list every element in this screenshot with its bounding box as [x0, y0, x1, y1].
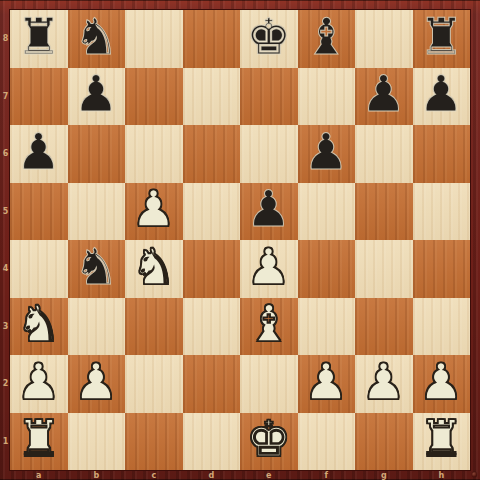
square-c5[interactable]: ♟ — [125, 183, 183, 241]
rank-label-2: 2 — [0, 355, 11, 413]
rank-label-4: 4 — [0, 240, 11, 298]
square-g6[interactable] — [355, 125, 413, 183]
piece-black-pawn[interactable]: ♟ — [304, 127, 349, 177]
file-label-h: h — [413, 470, 471, 480]
square-a7[interactable] — [10, 68, 68, 126]
square-g8[interactable] — [355, 10, 413, 68]
square-c3[interactable] — [125, 298, 183, 356]
square-h3[interactable] — [413, 298, 471, 356]
chess-board-frame: ♜♞♚♝♜♟♟♟♟♟♟♟♞♞♟♞♝♟♟♟♟♟♜♚♜ 87654321abcdef… — [0, 0, 480, 480]
file-label-a: a — [10, 470, 68, 480]
rank-label-7: 7 — [0, 68, 11, 126]
square-a5[interactable] — [10, 183, 68, 241]
piece-black-knight[interactable]: ♞ — [74, 12, 119, 62]
square-e7[interactable] — [240, 68, 298, 126]
file-label-d: d — [183, 470, 241, 480]
square-h7[interactable]: ♟ — [413, 68, 471, 126]
square-a4[interactable] — [10, 240, 68, 298]
piece-black-pawn[interactable]: ♟ — [246, 184, 291, 234]
square-c7[interactable] — [125, 68, 183, 126]
square-c4[interactable]: ♞ — [125, 240, 183, 298]
piece-black-pawn[interactable]: ♟ — [361, 69, 406, 119]
square-c6[interactable] — [125, 125, 183, 183]
square-d1[interactable] — [183, 413, 241, 471]
piece-black-rook[interactable]: ♜ — [419, 12, 464, 62]
square-d6[interactable] — [183, 125, 241, 183]
file-label-g: g — [355, 470, 413, 480]
square-c2[interactable] — [125, 355, 183, 413]
square-e8[interactable]: ♚ — [240, 10, 298, 68]
file-label-e: e — [240, 470, 298, 480]
piece-white-pawn[interactable]: ♟ — [74, 357, 119, 407]
square-b2[interactable]: ♟ — [68, 355, 126, 413]
square-a6[interactable]: ♟ — [10, 125, 68, 183]
square-f3[interactable] — [298, 298, 356, 356]
rank-label-6: 6 — [0, 125, 11, 183]
piece-white-pawn[interactable]: ♟ — [361, 357, 406, 407]
square-g5[interactable] — [355, 183, 413, 241]
rank-label-5: 5 — [0, 183, 11, 241]
square-b3[interactable] — [68, 298, 126, 356]
square-a3[interactable]: ♞ — [10, 298, 68, 356]
square-g3[interactable] — [355, 298, 413, 356]
rank-label-1: 1 — [0, 413, 11, 471]
square-f7[interactable] — [298, 68, 356, 126]
square-a2[interactable]: ♟ — [10, 355, 68, 413]
square-e3[interactable]: ♝ — [240, 298, 298, 356]
piece-black-pawn[interactable]: ♟ — [419, 69, 464, 119]
square-f6[interactable]: ♟ — [298, 125, 356, 183]
square-b7[interactable]: ♟ — [68, 68, 126, 126]
square-f4[interactable] — [298, 240, 356, 298]
square-g1[interactable] — [355, 413, 413, 471]
piece-black-pawn[interactable]: ♟ — [16, 127, 61, 177]
piece-black-knight[interactable]: ♞ — [74, 242, 119, 292]
square-d5[interactable] — [183, 183, 241, 241]
piece-white-pawn[interactable]: ♟ — [419, 357, 464, 407]
square-e2[interactable] — [240, 355, 298, 413]
piece-white-pawn[interactable]: ♟ — [246, 242, 291, 292]
square-e6[interactable] — [240, 125, 298, 183]
square-a8[interactable]: ♜ — [10, 10, 68, 68]
piece-black-pawn[interactable]: ♟ — [74, 69, 119, 119]
frame-screw — [472, 472, 477, 477]
square-b5[interactable] — [68, 183, 126, 241]
square-h5[interactable] — [413, 183, 471, 241]
file-label-c: c — [125, 470, 183, 480]
square-b8[interactable]: ♞ — [68, 10, 126, 68]
piece-white-knight[interactable]: ♞ — [16, 299, 61, 349]
square-e5[interactable]: ♟ — [240, 183, 298, 241]
square-g4[interactable] — [355, 240, 413, 298]
square-h2[interactable]: ♟ — [413, 355, 471, 413]
square-c1[interactable] — [125, 413, 183, 471]
piece-white-knight[interactable]: ♞ — [131, 242, 176, 292]
square-g7[interactable]: ♟ — [355, 68, 413, 126]
piece-black-bishop[interactable]: ♝ — [304, 12, 349, 62]
file-label-b: b — [68, 470, 126, 480]
square-b1[interactable] — [68, 413, 126, 471]
square-h1[interactable]: ♜ — [413, 413, 471, 471]
rank-label-3: 3 — [0, 298, 11, 356]
square-e1[interactable]: ♚ — [240, 413, 298, 471]
square-d4[interactable] — [183, 240, 241, 298]
piece-black-rook[interactable]: ♜ — [16, 12, 61, 62]
square-f8[interactable]: ♝ — [298, 10, 356, 68]
piece-white-king[interactable]: ♚ — [246, 414, 291, 464]
square-f1[interactable] — [298, 413, 356, 471]
square-d2[interactable] — [183, 355, 241, 413]
piece-white-pawn[interactable]: ♟ — [131, 184, 176, 234]
square-h6[interactable] — [413, 125, 471, 183]
square-d3[interactable] — [183, 298, 241, 356]
square-b4[interactable]: ♞ — [68, 240, 126, 298]
square-f2[interactable]: ♟ — [298, 355, 356, 413]
piece-white-pawn[interactable]: ♟ — [304, 357, 349, 407]
piece-white-pawn[interactable]: ♟ — [16, 357, 61, 407]
piece-white-bishop[interactable]: ♝ — [246, 299, 291, 349]
square-h4[interactable] — [413, 240, 471, 298]
rank-label-8: 8 — [0, 10, 11, 68]
square-d7[interactable] — [183, 68, 241, 126]
piece-black-king[interactable]: ♚ — [246, 12, 291, 62]
square-g2[interactable]: ♟ — [355, 355, 413, 413]
piece-white-rook[interactable]: ♜ — [419, 414, 464, 464]
square-f5[interactable] — [298, 183, 356, 241]
square-d8[interactable] — [183, 10, 241, 68]
square-a1[interactable]: ♜ — [10, 413, 68, 471]
piece-white-rook[interactable]: ♜ — [16, 414, 61, 464]
chess-board: ♜♞♚♝♜♟♟♟♟♟♟♟♞♞♟♞♝♟♟♟♟♟♜♚♜ — [10, 10, 470, 470]
square-c8[interactable] — [125, 10, 183, 68]
file-label-f: f — [298, 470, 356, 480]
square-b6[interactable] — [68, 125, 126, 183]
square-e4[interactable]: ♟ — [240, 240, 298, 298]
square-h8[interactable]: ♜ — [413, 10, 471, 68]
